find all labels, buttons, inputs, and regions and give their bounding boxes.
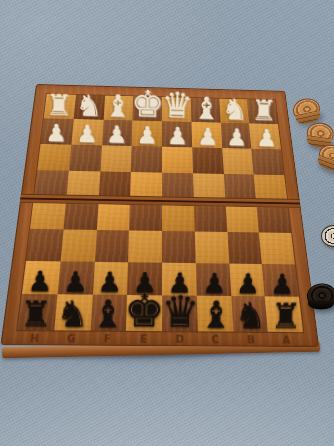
square-a4: [254, 175, 288, 203]
piece-white-pawn: ♟: [45, 121, 67, 145]
piece-white-queen: ♛: [161, 87, 193, 123]
piece-white-bishop: ♝: [192, 92, 220, 123]
square-e4: [130, 172, 162, 201]
scene-chess-photo: HGFEDCBA ♜♞♝♚♛♝♞♜♟♟♟♟♟♟♟♟♟♟♟♟♟♟♟♟♜♞♝♚♛♝♞…: [0, 0, 334, 446]
square-c2: [191, 122, 222, 148]
piece-black-pawn: ♟: [270, 271, 294, 298]
piece-white-pawn: ♟: [226, 125, 247, 149]
chess-board: HGFEDCBA ♜♞♝♚♛♝♞♜♟♟♟♟♟♟♟♟♟♟♟♟♟♟♟♟♜♞♝♚♛♝♞…: [0, 84, 319, 347]
piece-white-rook: ♜: [251, 96, 277, 125]
piece-white-pawn: ♟: [166, 124, 188, 148]
piece-black-king: ♚: [124, 287, 165, 333]
piece-black-pawn: ♟: [27, 268, 52, 296]
piece-black-bishop: ♝: [199, 296, 233, 333]
wooden-checker-stack: [312, 141, 334, 180]
white-checker-disc: [321, 225, 334, 249]
piece-black-queen: ♛: [161, 290, 200, 333]
piece-white-king: ♚: [131, 84, 165, 122]
piece-white-bishop: ♝: [104, 90, 132, 121]
piece-white-pawn: ♟: [256, 126, 277, 150]
piece-white-pawn: ♟: [76, 121, 98, 145]
square-h3: [37, 144, 71, 171]
piece-black-knight: ♞: [235, 297, 267, 333]
square-g1: [74, 95, 105, 120]
square-d3: [162, 146, 193, 173]
square-e2: [132, 120, 162, 146]
piece-white-rook: ♜: [45, 90, 72, 120]
wooden-checker-stack: [291, 96, 323, 133]
piece-black-knight: ♞: [56, 295, 89, 332]
square-c3: [192, 147, 223, 174]
piece-white-pawn: ♟: [106, 122, 128, 146]
wooden-checker-stack: [304, 121, 334, 156]
piece-black-bishop: ♝: [91, 295, 125, 333]
square-b1: [219, 99, 249, 124]
piece-black-rook: ♜: [20, 296, 53, 332]
piece-black-rook: ♜: [270, 299, 301, 334]
